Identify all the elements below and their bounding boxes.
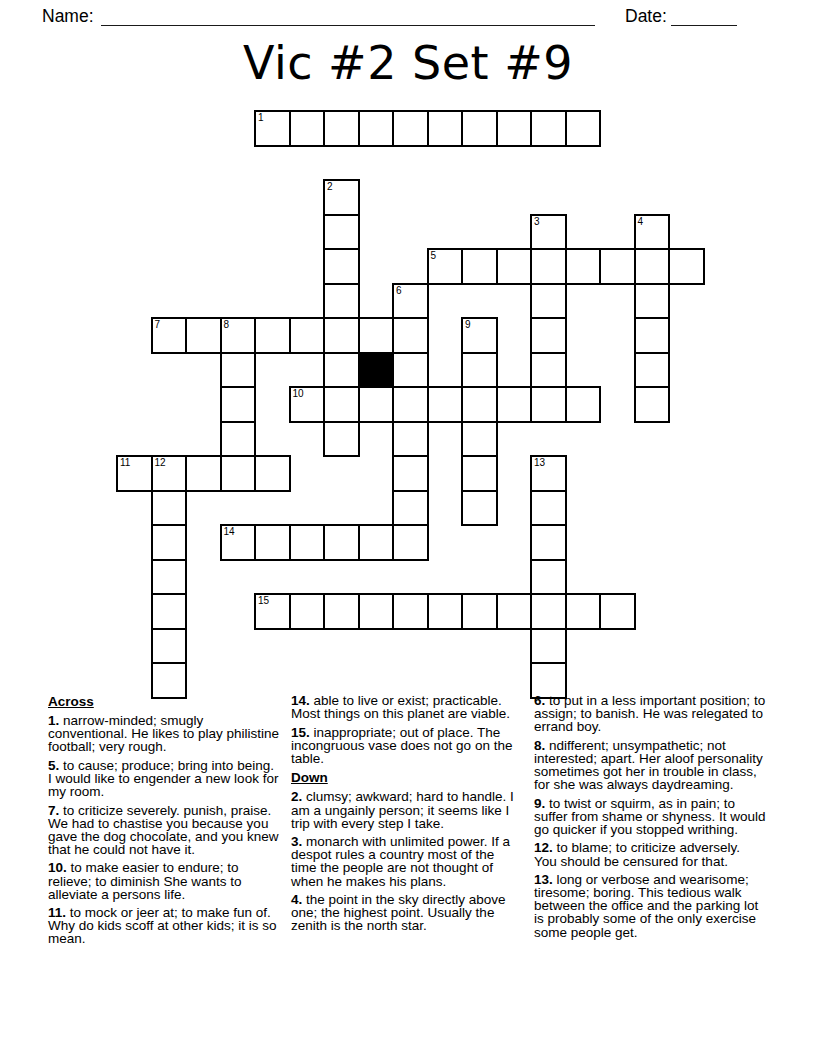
clue-number: 13	[534, 457, 545, 468]
grid-cell[interactable]: 14	[220, 524, 257, 561]
grid-cell[interactable]	[323, 283, 360, 320]
clues-col-1: Across 1. narrow-minded; smugly conventi…	[48, 694, 280, 951]
grid-cell[interactable]: 9	[461, 317, 498, 354]
clue-number: 10	[293, 388, 304, 399]
grid-cell[interactable]	[530, 559, 567, 596]
clues-col-2: 14. able to live or exist; practicable. …	[291, 694, 523, 938]
grid-cell[interactable]: 6	[392, 283, 429, 320]
clue: 4. the point in the sky directly above o…	[291, 893, 523, 932]
grid-cell[interactable]	[461, 593, 498, 630]
black-cell	[358, 352, 395, 389]
clue-number: 2	[327, 181, 333, 192]
grid-cell[interactable]	[599, 593, 636, 630]
grid-cell[interactable]	[358, 386, 395, 423]
grid-cell[interactable]	[427, 110, 464, 147]
grid-cell[interactable]: 11	[116, 455, 153, 492]
clue-number: 6	[396, 285, 402, 296]
grid-cell[interactable]: 15	[254, 593, 291, 630]
grid-cell[interactable]: 5	[427, 248, 464, 285]
grid-cell[interactable]: 1	[254, 110, 291, 147]
grid-cell[interactable]	[461, 386, 498, 423]
grid-cell[interactable]	[289, 524, 326, 561]
grid-cell[interactable]	[392, 421, 429, 458]
grid-cell[interactable]	[392, 386, 429, 423]
clue: 1. narrow-minded; smugly conventional. H…	[48, 714, 280, 753]
clues-section: Across 1. narrow-minded; smugly conventi…	[48, 694, 766, 951]
grid-cell[interactable]	[358, 110, 395, 147]
grid-cell[interactable]	[461, 110, 498, 147]
clue: 5. to cause; produce; bring into being. …	[48, 759, 280, 798]
grid-cell[interactable]	[358, 524, 395, 561]
clues-col-3: 6. to put in a less important position; …	[534, 694, 766, 944]
clue-number: 4	[638, 216, 644, 227]
clue-number: 7	[155, 319, 161, 330]
grid-cell[interactable]	[392, 490, 429, 527]
grid-cell[interactable]	[323, 386, 360, 423]
crossword-board: 123456789101112131415	[116, 110, 705, 699]
grid-cell[interactable]	[323, 110, 360, 147]
grid-cell[interactable]	[461, 248, 498, 285]
grid-cell[interactable]	[220, 421, 257, 458]
grid-cell[interactable]	[220, 455, 257, 492]
clue-number: 8	[224, 319, 230, 330]
clue-number: 15	[258, 595, 269, 606]
clue-number: 11	[120, 457, 130, 468]
grid-cell[interactable]	[254, 455, 291, 492]
grid-cell[interactable]	[565, 248, 602, 285]
grid-cell[interactable]	[634, 386, 671, 423]
grid-cell[interactable]	[323, 317, 360, 354]
clue: 10. to make easier to endure; to relieve…	[48, 861, 280, 900]
grid-cell[interactable]	[392, 524, 429, 561]
clue: 13. long or verbose and wearisome; tires…	[534, 873, 766, 938]
grid-cell[interactable]: 13	[530, 455, 567, 492]
clue: 15. inappropriate; out of place. The inc…	[291, 726, 523, 765]
page-title: Vic #2 Set #9	[0, 36, 816, 90]
clue: 11. to mock or jeer at; to make fun of. …	[48, 906, 280, 945]
grid-cell[interactable]	[289, 317, 326, 354]
grid-cell[interactable]	[392, 317, 429, 354]
grid-cell[interactable]	[565, 593, 602, 630]
grid-cell[interactable]	[496, 386, 533, 423]
clue: 9. to twist or squirm, as in pain; to su…	[534, 797, 766, 836]
grid-cell[interactable]	[254, 524, 291, 561]
grid-cell[interactable]	[634, 283, 671, 320]
clue: 12. to blame; to criticize adversely. Yo…	[534, 841, 766, 867]
grid-cell[interactable]	[634, 352, 671, 389]
grid-cell[interactable]	[289, 593, 326, 630]
grid-cell[interactable]	[530, 593, 567, 630]
clue-number: 1	[258, 112, 264, 123]
down-header: Down	[291, 770, 523, 785]
grid-cell[interactable]	[496, 110, 533, 147]
grid-cell[interactable]	[634, 248, 671, 285]
date-write-in-line[interactable]	[671, 9, 737, 26]
grid-cell[interactable]	[461, 352, 498, 389]
grid-cell[interactable]	[151, 524, 188, 561]
grid-cell[interactable]	[530, 283, 567, 320]
grid-cell[interactable]	[392, 110, 429, 147]
clue: 2. clumsy; awkward; hard to handle. I am…	[291, 790, 523, 829]
grid-cell[interactable]	[151, 490, 188, 527]
grid-cell[interactable]	[530, 524, 567, 561]
grid-cell[interactable]: 2	[323, 179, 360, 216]
grid-cell[interactable]	[323, 214, 360, 251]
grid-cell[interactable]	[530, 317, 567, 354]
clue: 6. to put in a less important position; …	[534, 694, 766, 733]
grid-cell[interactable]	[668, 248, 705, 285]
clue: 8. ndifferent; unsympathetic; not intere…	[534, 739, 766, 791]
grid-cell[interactable]	[530, 110, 567, 147]
grid-cell[interactable]: 10	[289, 386, 326, 423]
grid-cell[interactable]	[530, 248, 567, 285]
clue-number: 3	[534, 216, 540, 227]
grid-cell[interactable]	[358, 593, 395, 630]
grid-cell[interactable]	[496, 593, 533, 630]
grid-cell[interactable]	[530, 628, 567, 665]
across-header: Across	[48, 694, 280, 709]
clue: 14. able to live or exist; practicable. …	[291, 694, 523, 720]
clue-number: 5	[431, 250, 437, 261]
grid-cell[interactable]	[530, 490, 567, 527]
grid-cell[interactable]	[220, 352, 257, 389]
grid-cell[interactable]	[185, 455, 222, 492]
clue: 7. to criticize severely. punish, praise…	[48, 804, 280, 856]
grid-cell[interactable]: 8	[220, 317, 257, 354]
name-write-in-line[interactable]	[101, 9, 595, 26]
grid-cell[interactable]	[427, 386, 464, 423]
grid-cell[interactable]	[634, 317, 671, 354]
grid-cell[interactable]	[392, 352, 429, 389]
clue-number: 14	[224, 526, 235, 537]
grid-cell[interactable]	[427, 593, 464, 630]
grid-cell[interactable]: 4	[634, 214, 671, 251]
grid-cell[interactable]	[185, 317, 222, 354]
grid-cell[interactable]	[530, 386, 567, 423]
grid-cell[interactable]	[254, 317, 291, 354]
grid-cell[interactable]	[151, 593, 188, 630]
grid-cell[interactable]	[151, 628, 188, 665]
grid-cell[interactable]	[565, 110, 602, 147]
grid-cell[interactable]	[220, 386, 257, 423]
grid-cell[interactable]	[392, 593, 429, 630]
name-label: Name:	[42, 6, 94, 27]
grid-cell[interactable]	[599, 248, 636, 285]
grid-cell[interactable]	[151, 559, 188, 596]
clue-number: 12	[155, 457, 166, 468]
clue-number: 9	[465, 319, 471, 330]
grid-cell[interactable]	[565, 386, 602, 423]
grid-cell[interactable]	[323, 593, 360, 630]
grid-cell[interactable]	[496, 248, 533, 285]
grid-cell[interactable]	[323, 524, 360, 561]
grid-cell[interactable]	[530, 352, 567, 389]
grid-cell[interactable]: 7	[151, 317, 188, 354]
grid-cell[interactable]: 12	[151, 455, 188, 492]
grid-cell[interactable]	[358, 317, 395, 354]
grid-cell[interactable]	[461, 490, 498, 527]
date-label: Date:	[625, 6, 667, 27]
grid-cell[interactable]: 3	[530, 214, 567, 251]
grid-cell[interactable]	[392, 455, 429, 492]
grid-cell[interactable]	[323, 352, 360, 389]
grid-cell[interactable]	[461, 455, 498, 492]
grid-cell[interactable]	[323, 248, 360, 285]
grid-cell[interactable]	[323, 421, 360, 458]
grid-cell[interactable]	[289, 110, 326, 147]
clue: 3. monarch with unlimited power. If a de…	[291, 835, 523, 887]
grid-cell[interactable]	[461, 421, 498, 458]
